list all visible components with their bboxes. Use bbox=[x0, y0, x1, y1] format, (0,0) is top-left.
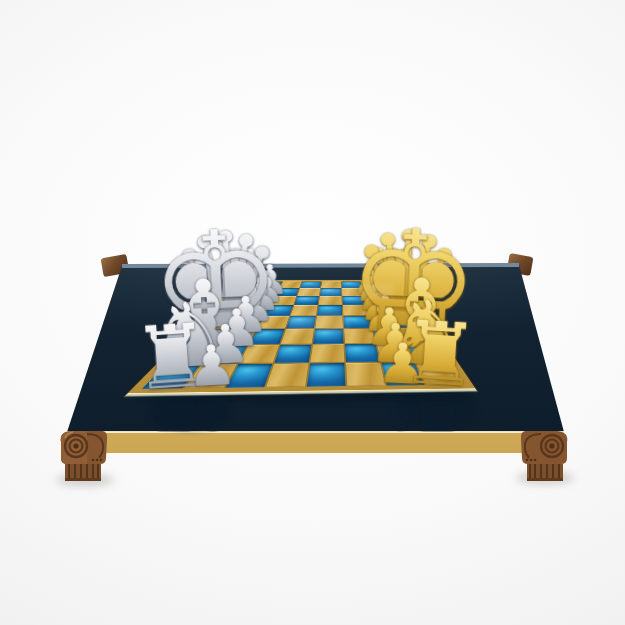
ionic-capital-foot-left bbox=[57, 428, 109, 482]
ionic-volute-icon bbox=[519, 428, 571, 482]
back-right-foot bbox=[507, 253, 534, 276]
piece-white-pawn-h2[interactable]: ♟ bbox=[182, 337, 241, 396]
chess-set-photo: ♜♟♟♜ ♜♞♝♛♚♝♞♜♟♟♟♟♟♟♟♟♟♟♟♟♟♟♟♟♜♞♝♛♚♝♞♜ bbox=[0, 0, 625, 625]
piece-black-rook-h8[interactable]: ♜ bbox=[394, 309, 486, 401]
ionic-volute-icon bbox=[57, 428, 109, 482]
back-left-foot bbox=[101, 254, 130, 277]
photo-glare bbox=[296, 284, 394, 299]
square-h5[interactable] bbox=[307, 363, 345, 386]
photo-glare bbox=[288, 312, 350, 333]
ionic-capital-foot-right bbox=[519, 428, 571, 482]
